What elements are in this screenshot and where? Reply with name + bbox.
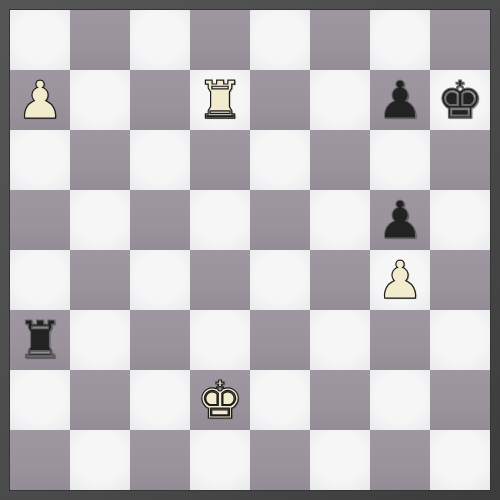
white-pawn[interactable]: ♟: [17, 70, 64, 130]
square-g1[interactable]: [370, 430, 430, 490]
square-f2[interactable]: [310, 370, 370, 430]
square-g2[interactable]: [370, 370, 430, 430]
square-b3[interactable]: [70, 310, 130, 370]
square-g4[interactable]: ♟: [370, 250, 430, 310]
square-h1[interactable]: [430, 430, 490, 490]
square-e2[interactable]: [250, 370, 310, 430]
square-c4[interactable]: [130, 250, 190, 310]
square-g5[interactable]: ♟: [370, 190, 430, 250]
square-b1[interactable]: [70, 430, 130, 490]
square-e8[interactable]: [250, 10, 310, 70]
square-c2[interactable]: [130, 370, 190, 430]
square-c7[interactable]: [130, 70, 190, 130]
square-a2[interactable]: [10, 370, 70, 430]
square-f5[interactable]: [310, 190, 370, 250]
square-e1[interactable]: [250, 430, 310, 490]
chess-board: ♟♜♟♚♟♟♜♚: [10, 10, 490, 490]
square-h7[interactable]: ♚: [430, 70, 490, 130]
board-frame: ♟♜♟♚♟♟♜♚: [0, 0, 500, 500]
square-f3[interactable]: [310, 310, 370, 370]
square-b4[interactable]: [70, 250, 130, 310]
white-king[interactable]: ♚: [197, 370, 244, 430]
square-c3[interactable]: [130, 310, 190, 370]
square-g3[interactable]: [370, 310, 430, 370]
square-b7[interactable]: [70, 70, 130, 130]
square-a6[interactable]: [10, 130, 70, 190]
square-f8[interactable]: [310, 10, 370, 70]
square-b6[interactable]: [70, 130, 130, 190]
square-g8[interactable]: [370, 10, 430, 70]
black-king[interactable]: ♚: [437, 70, 484, 130]
square-g6[interactable]: [370, 130, 430, 190]
square-a8[interactable]: [10, 10, 70, 70]
square-c1[interactable]: [130, 430, 190, 490]
square-e3[interactable]: [250, 310, 310, 370]
square-a3[interactable]: ♜: [10, 310, 70, 370]
square-d2[interactable]: ♚: [190, 370, 250, 430]
square-h6[interactable]: [430, 130, 490, 190]
square-c5[interactable]: [130, 190, 190, 250]
square-d4[interactable]: [190, 250, 250, 310]
square-b5[interactable]: [70, 190, 130, 250]
square-e7[interactable]: [250, 70, 310, 130]
square-d3[interactable]: [190, 310, 250, 370]
black-pawn[interactable]: ♟: [377, 70, 424, 130]
square-a4[interactable]: [10, 250, 70, 310]
white-rook[interactable]: ♜: [197, 70, 244, 130]
white-pawn[interactable]: ♟: [377, 250, 424, 310]
black-rook[interactable]: ♜: [17, 310, 64, 370]
square-h4[interactable]: [430, 250, 490, 310]
square-b2[interactable]: [70, 370, 130, 430]
square-h3[interactable]: [430, 310, 490, 370]
square-e5[interactable]: [250, 190, 310, 250]
square-g7[interactable]: ♟: [370, 70, 430, 130]
square-b8[interactable]: [70, 10, 130, 70]
square-d5[interactable]: [190, 190, 250, 250]
square-c8[interactable]: [130, 10, 190, 70]
square-a1[interactable]: [10, 430, 70, 490]
square-h8[interactable]: [430, 10, 490, 70]
square-h5[interactable]: [430, 190, 490, 250]
square-h2[interactable]: [430, 370, 490, 430]
square-d6[interactable]: [190, 130, 250, 190]
square-d8[interactable]: [190, 10, 250, 70]
square-f1[interactable]: [310, 430, 370, 490]
square-d1[interactable]: [190, 430, 250, 490]
square-e6[interactable]: [250, 130, 310, 190]
black-pawn[interactable]: ♟: [377, 190, 424, 250]
square-f6[interactable]: [310, 130, 370, 190]
square-a5[interactable]: [10, 190, 70, 250]
square-c6[interactable]: [130, 130, 190, 190]
square-f7[interactable]: [310, 70, 370, 130]
square-a7[interactable]: ♟: [10, 70, 70, 130]
square-e4[interactable]: [250, 250, 310, 310]
square-f4[interactable]: [310, 250, 370, 310]
square-d7[interactable]: ♜: [190, 70, 250, 130]
